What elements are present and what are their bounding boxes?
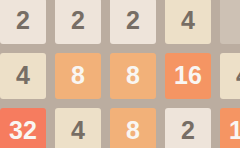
tile-2: 2	[55, 0, 101, 44]
empty-cell	[220, 0, 240, 44]
tile-16: 16	[220, 108, 240, 149]
2048-board[interactable]: 22244881643248216	[0, 0, 240, 148]
game-viewport: 22244881643248216	[0, 0, 240, 148]
tile-8: 8	[110, 53, 156, 99]
tile-8: 8	[110, 108, 156, 149]
tile-2: 2	[110, 0, 156, 44]
tile-8: 8	[55, 53, 101, 99]
tile-4: 4	[220, 53, 240, 99]
tile-32: 32	[0, 108, 46, 149]
tile-4: 4	[55, 108, 101, 149]
tile-2: 2	[0, 0, 46, 44]
tile-2: 2	[165, 108, 211, 149]
tile-4: 4	[165, 0, 211, 44]
tile-16: 16	[165, 53, 211, 99]
tile-4: 4	[0, 53, 46, 99]
